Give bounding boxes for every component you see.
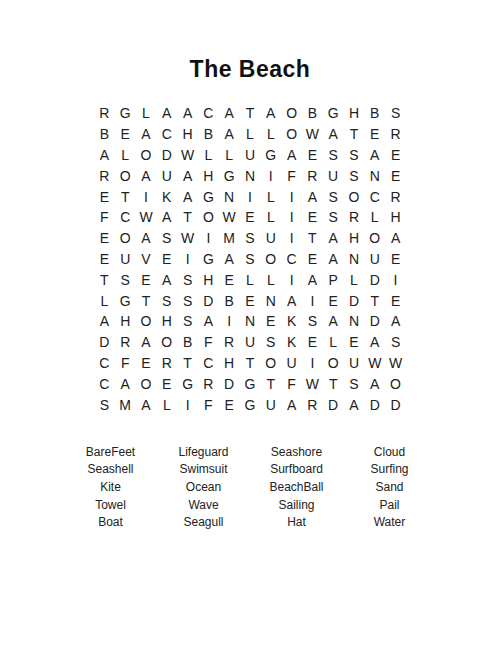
word-list-item: Pail (343, 496, 436, 514)
grid-cell[interactable]: A (281, 290, 302, 311)
grid-cell[interactable]: K (281, 332, 302, 353)
grid-cell[interactable]: S (177, 269, 198, 290)
grid-cell[interactable]: G (260, 145, 281, 166)
grid-cell[interactable]: G (115, 103, 136, 124)
grid-cell[interactable]: E (260, 311, 281, 332)
grid-cell[interactable]: A (136, 228, 157, 249)
grid-cell[interactable]: G (115, 290, 136, 311)
grid-cell[interactable]: A (323, 311, 344, 332)
grid-cell[interactable]: C (364, 186, 385, 207)
grid-cell[interactable]: E (302, 249, 323, 270)
grid-cell[interactable]: R (198, 373, 219, 394)
grid-cell[interactable]: M (219, 228, 240, 249)
grid-cell[interactable]: S (344, 373, 365, 394)
grid-cell[interactable]: A (136, 165, 157, 186)
grid-cell[interactable]: V (136, 249, 157, 270)
grid-cell[interactable]: A (385, 228, 406, 249)
grid-cell[interactable]: L (115, 145, 136, 166)
grid-cell[interactable]: O (136, 145, 157, 166)
grid-cell[interactable]: S (156, 290, 177, 311)
grid-cell[interactable]: T (177, 353, 198, 374)
grid-cell[interactable]: F (281, 165, 302, 186)
grid-cell[interactable]: E (94, 249, 115, 270)
grid-cell[interactable]: K (156, 186, 177, 207)
grid-cell[interactable]: F (281, 373, 302, 394)
grid-cell[interactable]: W (177, 228, 198, 249)
grid-cell[interactable]: E (385, 290, 406, 311)
grid-cell[interactable]: U (156, 165, 177, 186)
grid-cell[interactable]: H (198, 269, 219, 290)
grid-cell[interactable]: A (323, 228, 344, 249)
grid-cell[interactable]: A (219, 124, 240, 145)
grid-cell[interactable]: A (281, 394, 302, 415)
word-list-item: Towel (64, 496, 157, 514)
grid-cell[interactable]: I (385, 269, 406, 290)
grid-cell[interactable]: N (260, 290, 281, 311)
grid-cell[interactable]: G (240, 394, 261, 415)
grid-cell[interactable]: S (385, 103, 406, 124)
grid-cell[interactable]: C (198, 353, 219, 374)
grid-cell[interactable]: S (385, 332, 406, 353)
grid-cell[interactable]: N (240, 165, 261, 186)
grid-cell[interactable]: A (302, 269, 323, 290)
grid-cell[interactable]: G (219, 165, 240, 186)
grid-cell[interactable]: R (302, 165, 323, 186)
grid-cell[interactable]: A (115, 373, 136, 394)
grid-cell[interactable]: L (260, 269, 281, 290)
word-list-item: BeachBall (250, 478, 343, 496)
grid-cell[interactable]: M (115, 394, 136, 415)
grid-cell[interactable]: I (302, 290, 323, 311)
grid-cell[interactable]: L (240, 124, 261, 145)
word-list-item: Seagull (157, 513, 250, 531)
grid-cell[interactable]: B (364, 103, 385, 124)
grid-cell[interactable]: A (302, 186, 323, 207)
grid-cell[interactable]: O (364, 228, 385, 249)
grid-cell[interactable]: I (177, 394, 198, 415)
grid-cell[interactable]: O (156, 332, 177, 353)
worksheet-page: The Beach RGLAACATAOBGHBSBEACHBALLOWATER… (0, 0, 500, 647)
grid-cell[interactable]: O (344, 186, 365, 207)
grid-cell[interactable]: W (364, 353, 385, 374)
grid-cell[interactable]: G (198, 249, 219, 270)
grid-cell[interactable]: E (302, 207, 323, 228)
grid-cell[interactable]: L (344, 269, 365, 290)
grid-cell[interactable]: S (94, 394, 115, 415)
grid-cell[interactable]: E (302, 145, 323, 166)
grid-cell[interactable]: H (177, 124, 198, 145)
grid-cell[interactable]: C (198, 103, 219, 124)
grid-cell[interactable]: R (219, 332, 240, 353)
grid-cell[interactable]: U (240, 332, 261, 353)
word-list-item: Sailing (250, 496, 343, 514)
grid-cell[interactable]: U (281, 353, 302, 374)
grid-cell[interactable]: F (198, 332, 219, 353)
grid-cell[interactable]: N (240, 311, 261, 332)
grid-cell[interactable]: A (94, 311, 115, 332)
grid-cell[interactable]: I (260, 165, 281, 186)
grid-cell[interactable]: D (364, 269, 385, 290)
grid-cell[interactable]: T (323, 373, 344, 394)
grid-cell[interactable]: N (344, 311, 365, 332)
grid-cell[interactable]: L (260, 207, 281, 228)
grid-cell[interactable]: I (219, 311, 240, 332)
grid-cell[interactable]: T (240, 353, 261, 374)
grid-cell[interactable]: R (94, 165, 115, 186)
grid-cell[interactable]: H (344, 103, 365, 124)
grid-cell[interactable]: A (219, 249, 240, 270)
grid-cell[interactable]: E (240, 207, 261, 228)
grid-cell[interactable]: E (385, 249, 406, 270)
grid-cell[interactable]: L (94, 290, 115, 311)
grid-cell[interactable]: W (385, 353, 406, 374)
grid-cell[interactable]: S (323, 145, 344, 166)
word-list-item: Water (343, 513, 436, 531)
grid-cell[interactable]: U (323, 165, 344, 186)
grid-cell[interactable]: R (385, 186, 406, 207)
word-list-item: Swimsuit (157, 461, 250, 479)
grid-cell[interactable]: T (115, 186, 136, 207)
grid-cell[interactable]: T (94, 269, 115, 290)
grid-cell[interactable]: T (260, 373, 281, 394)
grid-cell[interactable]: E (94, 228, 115, 249)
grid-cell[interactable]: A (323, 249, 344, 270)
grid-cell[interactable]: E (240, 290, 261, 311)
grid-cell[interactable]: A (281, 145, 302, 166)
grid-cell[interactable]: W (302, 373, 323, 394)
grid-cell[interactable]: D (198, 290, 219, 311)
grid-cell[interactable]: A (156, 103, 177, 124)
grid-cell[interactable]: L (323, 332, 344, 353)
grid-cell[interactable]: D (94, 332, 115, 353)
grid-cell[interactable]: O (136, 311, 157, 332)
grid-cell[interactable]: B (198, 124, 219, 145)
grid-cell[interactable]: S (323, 207, 344, 228)
grid-cell[interactable]: S (344, 145, 365, 166)
word-list: BareFeetSeashellKiteTowelBoatLifeguardSw… (64, 443, 436, 531)
grid-cell[interactable]: L (240, 269, 261, 290)
grid-cell[interactable]: E (364, 124, 385, 145)
grid-cell[interactable]: I (136, 186, 157, 207)
grid-cell[interactable]: R (302, 394, 323, 415)
grid-cell[interactable]: E (156, 373, 177, 394)
grid-cell[interactable]: A (198, 311, 219, 332)
grid-cell[interactable]: T (302, 228, 323, 249)
word-list-item: Hat (250, 513, 343, 531)
grid-cell[interactable]: A (364, 145, 385, 166)
grid-cell[interactable]: D (323, 394, 344, 415)
grid-cell[interactable]: O (385, 373, 406, 394)
grid-cell[interactable]: D (344, 290, 365, 311)
grid-cell[interactable]: C (156, 124, 177, 145)
grid-cell[interactable]: A (136, 332, 157, 353)
word-list-item: Kite (64, 478, 157, 496)
grid-cell[interactable]: L (219, 145, 240, 166)
grid-cell[interactable]: W (302, 124, 323, 145)
grid-cell[interactable]: D (364, 394, 385, 415)
grid-cell[interactable]: E (94, 186, 115, 207)
word-list-item: Boat (64, 513, 157, 531)
grid-cell[interactable]: B (177, 332, 198, 353)
grid-cell[interactable]: O (115, 165, 136, 186)
grid-cell[interactable]: E (136, 269, 157, 290)
word-list-item: Surfing (343, 461, 436, 479)
grid-cell[interactable]: E (385, 165, 406, 186)
grid-cell[interactable]: S (240, 249, 261, 270)
grid-cell[interactable]: T (177, 207, 198, 228)
grid-cell[interactable]: H (344, 228, 365, 249)
grid-cell[interactable]: U (260, 228, 281, 249)
grid-cell[interactable]: C (115, 207, 136, 228)
grid-cell[interactable]: H (219, 353, 240, 374)
grid-cell[interactable]: A (364, 332, 385, 353)
grid-cell[interactable]: A (385, 311, 406, 332)
grid-cell[interactable]: N (344, 249, 365, 270)
grid-cell[interactable]: S (302, 311, 323, 332)
grid-cell[interactable]: W (219, 207, 240, 228)
grid-cell[interactable]: A (219, 103, 240, 124)
grid-cell[interactable]: E (219, 394, 240, 415)
grid-cell[interactable]: A (156, 207, 177, 228)
grid-cell[interactable]: I (177, 249, 198, 270)
grid-cell[interactable]: E (302, 332, 323, 353)
grid-cell[interactable]: U (260, 394, 281, 415)
grid-cell[interactable]: A (364, 373, 385, 394)
grid-cell[interactable]: R (156, 353, 177, 374)
grid-cell[interactable]: I (302, 353, 323, 374)
grid-cell[interactable]: L (260, 186, 281, 207)
grid-cell[interactable]: O (323, 353, 344, 374)
grid-cell[interactable]: O (198, 207, 219, 228)
grid-cell[interactable]: C (94, 353, 115, 374)
grid-cell[interactable]: D (385, 394, 406, 415)
grid-cell[interactable]: R (115, 332, 136, 353)
grid-cell[interactable]: D (219, 373, 240, 394)
grid-cell[interactable]: H (385, 207, 406, 228)
grid-cell[interactable]: S (156, 228, 177, 249)
grid-cell[interactable]: S (177, 311, 198, 332)
grid-cell[interactable]: A (136, 124, 157, 145)
grid-cell[interactable]: D (364, 311, 385, 332)
grid-cell[interactable]: G (323, 103, 344, 124)
word-list-item: BareFeet (64, 443, 157, 461)
grid-cell[interactable]: G (198, 186, 219, 207)
word-list-item: Surfboard (250, 461, 343, 479)
grid-cell[interactable]: O (281, 124, 302, 145)
grid-cell[interactable]: D (156, 145, 177, 166)
grid-cell[interactable]: C (281, 249, 302, 270)
grid-cell[interactable]: F (115, 353, 136, 374)
grid-cell[interactable]: E (156, 249, 177, 270)
grid-cell[interactable]: O (115, 228, 136, 249)
grid-cell[interactable]: A (323, 124, 344, 145)
grid-cell[interactable]: U (364, 249, 385, 270)
grid-cell[interactable]: O (260, 249, 281, 270)
grid-cell[interactable]: E (219, 269, 240, 290)
grid-cell[interactable]: H (156, 311, 177, 332)
grid-cell[interactable]: B (94, 124, 115, 145)
grid-cell[interactable]: B (302, 103, 323, 124)
grid-cell[interactable]: S (115, 269, 136, 290)
grid-cell[interactable]: S (240, 228, 261, 249)
grid-cell[interactable]: I (281, 207, 302, 228)
grid-cell[interactable]: H (198, 165, 219, 186)
grid-cell[interactable]: H (115, 311, 136, 332)
grid-cell[interactable]: A (177, 165, 198, 186)
grid-cell[interactable]: A (177, 103, 198, 124)
grid-cell[interactable]: N (219, 186, 240, 207)
grid-cell[interactable]: U (240, 145, 261, 166)
grid-cell[interactable]: L (136, 103, 157, 124)
grid-cell[interactable]: L (198, 145, 219, 166)
grid-cell[interactable]: G (240, 373, 261, 394)
grid-cell[interactable]: P (323, 269, 344, 290)
grid-cell[interactable]: O (260, 353, 281, 374)
grid-cell[interactable]: W (177, 145, 198, 166)
grid-cell[interactable]: A (344, 394, 365, 415)
word-list-item: Cloud (343, 443, 436, 461)
grid-cell[interactable]: S (177, 290, 198, 311)
grid-cell[interactable]: E (385, 145, 406, 166)
grid-cell[interactable]: L (156, 394, 177, 415)
grid-cell[interactable]: K (281, 311, 302, 332)
grid-cell[interactable]: L (260, 124, 281, 145)
grid-cell[interactable]: B (219, 290, 240, 311)
word-list-item: Sand (343, 478, 436, 496)
grid-cell[interactable]: S (260, 332, 281, 353)
grid-cell[interactable]: S (344, 165, 365, 186)
grid-cell[interactable]: A (177, 186, 198, 207)
grid-cell[interactable]: T (136, 290, 157, 311)
grid-cell[interactable]: L (364, 207, 385, 228)
grid-cell[interactable]: A (136, 394, 157, 415)
grid-cell[interactable]: R (94, 103, 115, 124)
grid-cell[interactable]: E (344, 332, 365, 353)
word-list-item: Wave (157, 496, 250, 514)
grid-cell[interactable]: O (281, 103, 302, 124)
grid-cell[interactable]: A (94, 145, 115, 166)
grid-cell[interactable]: A (260, 103, 281, 124)
word-list-item: Lifeguard (157, 443, 250, 461)
grid-cell[interactable]: O (136, 373, 157, 394)
grid-cell[interactable]: I (281, 186, 302, 207)
grid-cell[interactable]: I (198, 228, 219, 249)
grid-cell[interactable]: R (344, 207, 365, 228)
grid-cell[interactable]: G (177, 373, 198, 394)
grid-cell[interactable]: I (240, 186, 261, 207)
grid-cell[interactable]: C (94, 373, 115, 394)
grid-cell[interactable]: U (115, 249, 136, 270)
grid-cell[interactable]: I (281, 269, 302, 290)
grid-cell[interactable]: S (323, 186, 344, 207)
grid-cell[interactable]: E (136, 353, 157, 374)
grid-cell[interactable]: E (115, 124, 136, 145)
grid-cell[interactable]: I (281, 228, 302, 249)
grid-cell[interactable]: U (344, 353, 365, 374)
grid-cell[interactable]: F (198, 394, 219, 415)
grid-cell[interactable]: T (344, 124, 365, 145)
word-search-grid: RGLAACATAOBGHBSBEACHBALLOWATERALODWLLUGA… (94, 103, 406, 415)
grid-cell[interactable]: N (364, 165, 385, 186)
word-list-item: Seashell (64, 461, 157, 479)
word-list-item: Seashore (250, 443, 343, 461)
word-list-item: Ocean (157, 478, 250, 496)
grid-cell[interactable]: F (94, 207, 115, 228)
grid-cell[interactable]: A (156, 269, 177, 290)
puzzle-title: The Beach (0, 0, 500, 82)
grid-cell[interactable]: T (364, 290, 385, 311)
grid-cell[interactable]: W (136, 207, 157, 228)
grid-cell[interactable]: E (323, 290, 344, 311)
grid-cell[interactable]: R (385, 124, 406, 145)
grid-cell[interactable]: T (240, 103, 261, 124)
